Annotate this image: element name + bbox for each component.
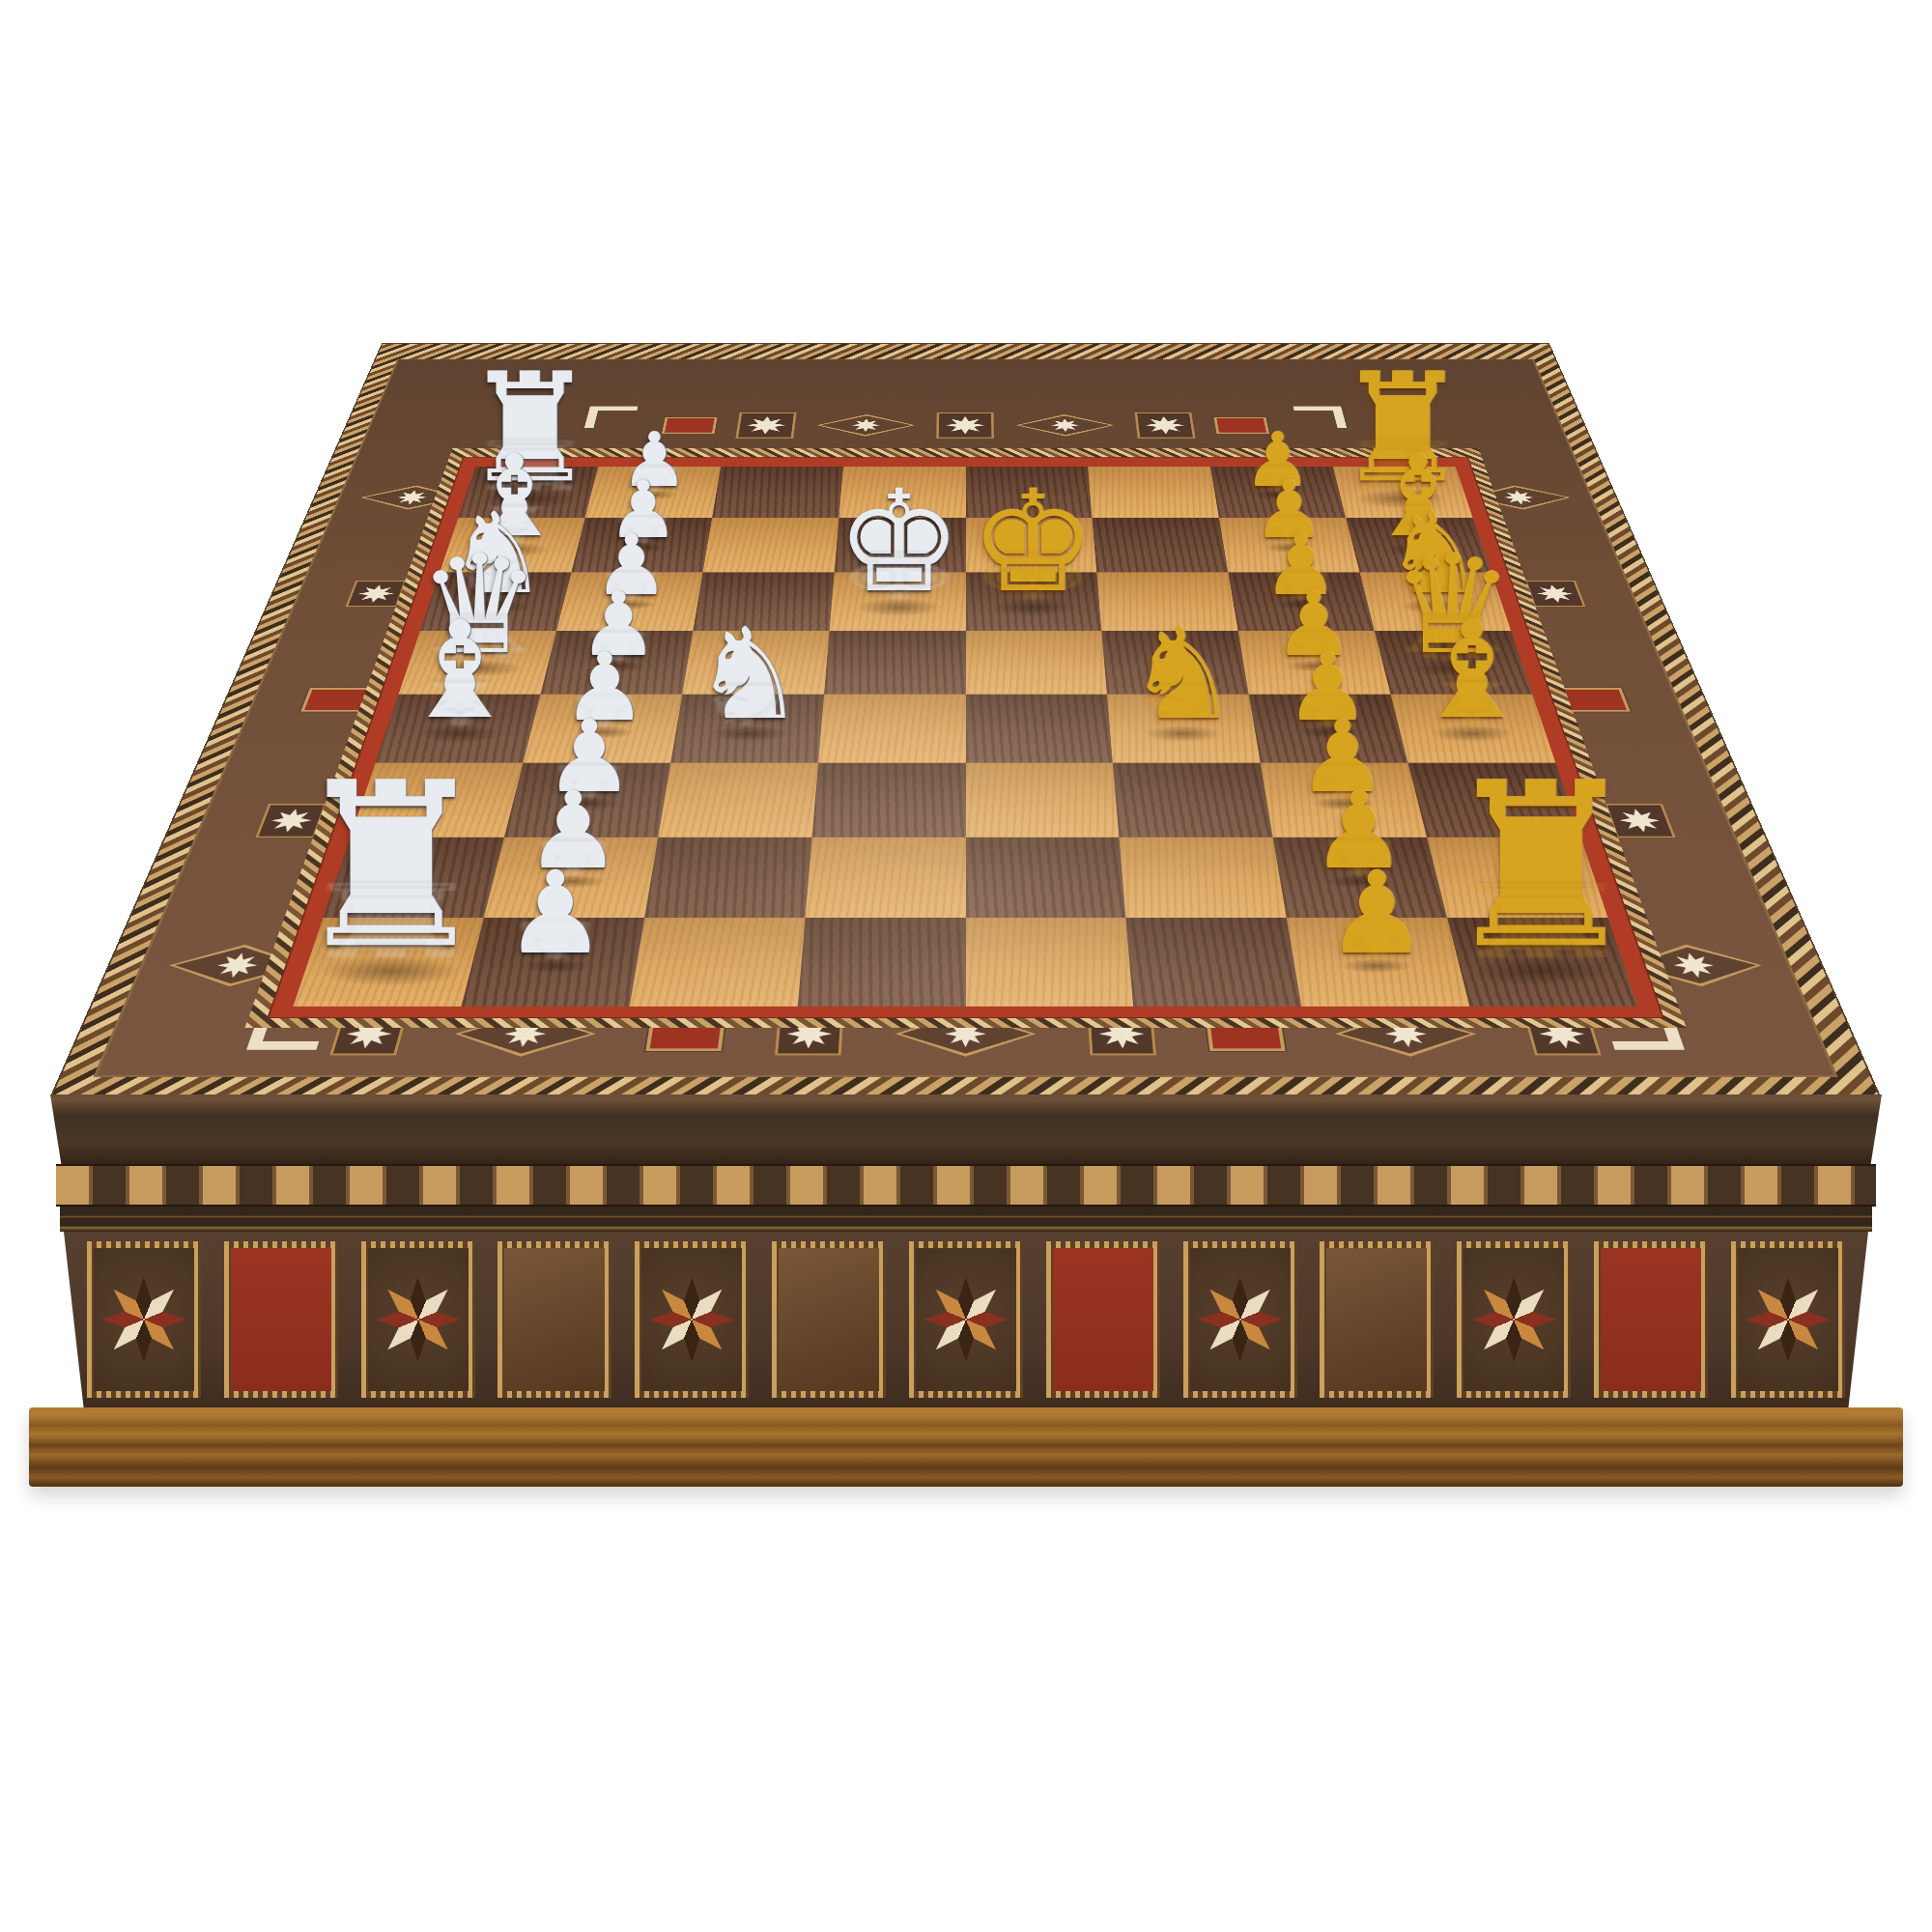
lid-check-inlay-band [56,1164,1876,1207]
star-inlay-icon [1134,412,1195,439]
lid-edge [50,1094,1882,1164]
square[interactable] [1088,467,1219,518]
silver-obelisk-rook[interactable]: ♜ [289,753,493,980]
pinwheel-star-icon [923,1277,1009,1362]
box-panel-star [361,1241,475,1398]
square[interactable] [966,762,1120,837]
diamond-star-inlay-icon [1015,414,1115,437]
pinwheel-star-icon [1198,1277,1283,1362]
square[interactable] [805,837,965,918]
star-inlay-icon [736,412,797,439]
box-panel-plain [772,1241,886,1398]
box-panel-red [1594,1241,1708,1398]
square[interactable] [644,837,811,918]
box-panel-red [1046,1241,1160,1398]
square[interactable] [966,631,1108,695]
square[interactable] [702,518,838,573]
star-inlay-icon [937,412,995,439]
box-panel-red [224,1241,338,1398]
mosaic-band-far [658,398,1274,454]
silver-guard-pawn[interactable]: ♟ [504,856,607,970]
silver-camel-knight[interactable]: ♞ [693,611,806,737]
pinwheel-star-icon [1471,1277,1556,1362]
square[interactable] [630,918,806,1007]
gold-camel-knight[interactable]: ♞ [1126,611,1239,737]
gold-priest-bishop[interactable]: ♝ [1412,605,1532,739]
lid-lower-band [60,1207,1872,1232]
box-panel-star [1731,1241,1845,1398]
gold-pharaoh-king[interactable]: ♚ [970,471,1096,612]
product-photo-scene: Egyptian pharaoh chess set (silver vs go… [0,0,1932,1932]
box-panel-star [909,1241,1023,1398]
box-panel-plain [497,1241,611,1398]
square[interactable] [824,631,966,695]
square[interactable] [1120,837,1287,918]
box-panel-star [1457,1241,1571,1398]
pinwheel-star-icon [1746,1277,1831,1362]
square[interactable] [818,695,966,763]
silver-priest-bishop[interactable]: ♝ [400,605,520,739]
square[interactable] [712,467,843,518]
square[interactable] [798,918,966,1007]
diamond-star-inlay-icon [815,414,915,437]
pinwheel-star-icon [649,1277,734,1362]
square[interactable] [811,762,965,837]
square[interactable] [1113,762,1273,837]
box-panel-star [1183,1241,1297,1398]
square[interactable] [966,837,1126,918]
square[interactable] [1126,918,1302,1007]
box-panel-plain [1320,1241,1434,1398]
silver-pharaoh-king[interactable]: ♚ [836,471,962,612]
box-front-face [64,1232,1868,1407]
gold-obelisk-rook[interactable]: ♜ [1439,753,1643,980]
square[interactable] [966,918,1134,1007]
pinwheel-star-icon [376,1277,461,1362]
base-plinth [29,1407,1903,1487]
gold-guard-pawn[interactable]: ♟ [1325,856,1428,970]
box-panel-star [87,1241,201,1398]
square[interactable] [966,695,1114,763]
pinwheel-star-icon [101,1277,186,1362]
square[interactable] [658,762,818,837]
square[interactable] [1093,518,1229,573]
box-panel-star [635,1241,749,1398]
